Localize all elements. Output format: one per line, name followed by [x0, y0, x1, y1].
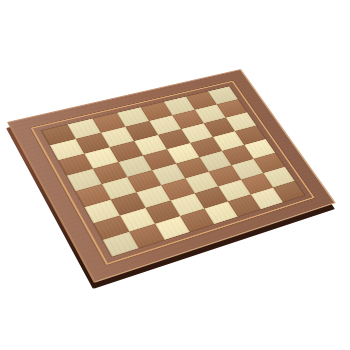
board-product-photo	[0, 0, 350, 350]
chess-board	[7, 69, 336, 283]
